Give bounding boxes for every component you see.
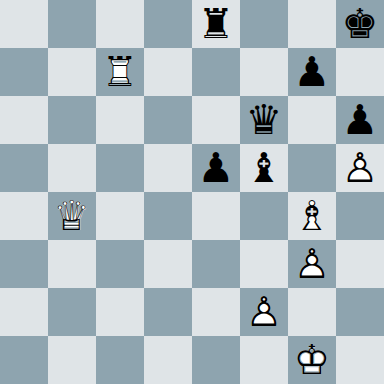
square-f7[interactable] — [240, 48, 288, 96]
square-h7[interactable] — [336, 48, 384, 96]
square-g8[interactable] — [288, 0, 336, 48]
square-b1[interactable] — [48, 336, 96, 384]
square-c3[interactable] — [96, 240, 144, 288]
square-g5[interactable] — [288, 144, 336, 192]
white-rook-icon: ♜♖ — [102, 52, 139, 93]
square-b8[interactable] — [48, 0, 96, 48]
black-pawn-icon: ♟ — [294, 52, 331, 93]
black-rook-icon: ♜ — [198, 4, 235, 45]
white-piece-outline: ♖ — [102, 52, 139, 93]
black-pawn-icon: ♟ — [198, 148, 235, 189]
white-bishop-icon: ♝♗ — [294, 196, 331, 237]
square-e4[interactable] — [192, 192, 240, 240]
chess-board: ♜♚♜♖♟♛♟♟♝♟♙♛♕♝♗♟♙♟♙♚♔ — [0, 0, 384, 384]
square-g6[interactable] — [288, 96, 336, 144]
square-c5[interactable] — [96, 144, 144, 192]
square-d6[interactable] — [144, 96, 192, 144]
white-piece-outline: ♙ — [342, 148, 379, 189]
square-c1[interactable] — [96, 336, 144, 384]
square-g3[interactable]: ♟♙ — [288, 240, 336, 288]
white-piece-outline: ♙ — [294, 244, 331, 285]
square-a8[interactable] — [0, 0, 48, 48]
black-queen-icon: ♛ — [246, 100, 283, 141]
white-pawn-icon: ♟♙ — [294, 244, 331, 285]
square-b5[interactable] — [48, 144, 96, 192]
square-c4[interactable] — [96, 192, 144, 240]
square-h2[interactable] — [336, 288, 384, 336]
white-king-icon: ♚♔ — [294, 340, 331, 381]
white-pawn-icon: ♟♙ — [246, 292, 283, 333]
square-e5[interactable]: ♟ — [192, 144, 240, 192]
white-piece-outline: ♙ — [246, 292, 283, 333]
square-h1[interactable] — [336, 336, 384, 384]
square-e6[interactable] — [192, 96, 240, 144]
square-f6[interactable]: ♛ — [240, 96, 288, 144]
square-f5[interactable]: ♝ — [240, 144, 288, 192]
white-piece-outline: ♗ — [294, 196, 331, 237]
square-a1[interactable] — [0, 336, 48, 384]
square-d7[interactable] — [144, 48, 192, 96]
square-c7[interactable]: ♜♖ — [96, 48, 144, 96]
square-h6[interactable]: ♟ — [336, 96, 384, 144]
square-g7[interactable]: ♟ — [288, 48, 336, 96]
square-e3[interactable] — [192, 240, 240, 288]
square-f3[interactable] — [240, 240, 288, 288]
square-f8[interactable] — [240, 0, 288, 48]
square-c6[interactable] — [96, 96, 144, 144]
square-g1[interactable]: ♚♔ — [288, 336, 336, 384]
square-b4[interactable]: ♛♕ — [48, 192, 96, 240]
square-e7[interactable] — [192, 48, 240, 96]
square-e1[interactable] — [192, 336, 240, 384]
square-b6[interactable] — [48, 96, 96, 144]
white-pawn-icon: ♟♙ — [342, 148, 379, 189]
square-a5[interactable] — [0, 144, 48, 192]
black-bishop-icon: ♝ — [246, 148, 283, 189]
white-piece-outline: ♔ — [294, 340, 331, 381]
square-g4[interactable]: ♝♗ — [288, 192, 336, 240]
square-d4[interactable] — [144, 192, 192, 240]
square-g2[interactable] — [288, 288, 336, 336]
square-a6[interactable] — [0, 96, 48, 144]
square-f1[interactable] — [240, 336, 288, 384]
square-d5[interactable] — [144, 144, 192, 192]
square-d8[interactable] — [144, 0, 192, 48]
square-f2[interactable]: ♟♙ — [240, 288, 288, 336]
square-a4[interactable] — [0, 192, 48, 240]
square-a7[interactable] — [0, 48, 48, 96]
square-d1[interactable] — [144, 336, 192, 384]
square-h3[interactable] — [336, 240, 384, 288]
square-d3[interactable] — [144, 240, 192, 288]
black-pawn-icon: ♟ — [342, 100, 379, 141]
square-b3[interactable] — [48, 240, 96, 288]
square-h5[interactable]: ♟♙ — [336, 144, 384, 192]
square-h8[interactable]: ♚ — [336, 0, 384, 48]
square-f4[interactable] — [240, 192, 288, 240]
square-a2[interactable] — [0, 288, 48, 336]
black-king-icon: ♚ — [342, 4, 379, 45]
square-a3[interactable] — [0, 240, 48, 288]
square-b2[interactable] — [48, 288, 96, 336]
square-e8[interactable]: ♜ — [192, 0, 240, 48]
white-queen-icon: ♛♕ — [54, 196, 91, 237]
square-b7[interactable] — [48, 48, 96, 96]
white-piece-outline: ♕ — [54, 196, 91, 237]
square-c2[interactable] — [96, 288, 144, 336]
square-h4[interactable] — [336, 192, 384, 240]
square-e2[interactable] — [192, 288, 240, 336]
square-c8[interactable] — [96, 0, 144, 48]
square-d2[interactable] — [144, 288, 192, 336]
